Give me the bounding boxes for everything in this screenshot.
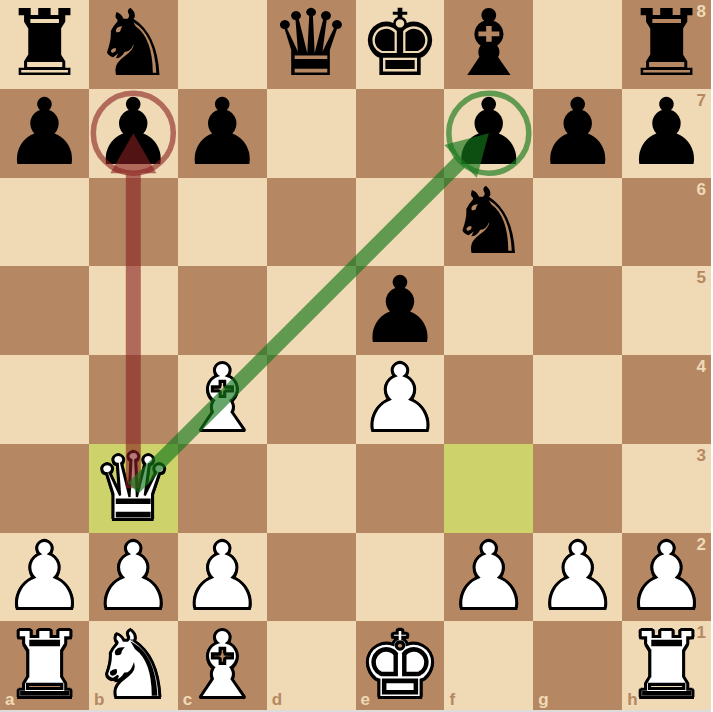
square-f7[interactable]: ♟: [444, 89, 533, 178]
white-rook[interactable]: ♜: [3, 622, 85, 710]
square-h2[interactable]: ♟2: [622, 533, 711, 622]
square-h8[interactable]: ♜8: [622, 0, 711, 89]
square-d4[interactable]: [267, 355, 356, 444]
square-g5[interactable]: [533, 266, 622, 355]
square-a8[interactable]: ♜: [0, 0, 89, 89]
square-b7[interactable]: ♟: [89, 89, 178, 178]
square-a3[interactable]: [0, 444, 89, 533]
white-bishop[interactable]: ♝: [181, 622, 263, 710]
black-queen[interactable]: ♛: [270, 0, 352, 88]
square-h6[interactable]: 6: [622, 178, 711, 267]
square-a6[interactable]: [0, 178, 89, 267]
square-f6[interactable]: ♞: [444, 178, 533, 267]
square-d3[interactable]: [267, 444, 356, 533]
rank-label-3: 3: [697, 447, 706, 464]
square-e2[interactable]: [356, 533, 445, 622]
square-d7[interactable]: [267, 89, 356, 178]
white-pawn[interactable]: ♟: [3, 533, 85, 621]
square-b1[interactable]: ♞b: [89, 621, 178, 710]
square-h7[interactable]: ♟7: [622, 89, 711, 178]
square-c2[interactable]: ♟: [178, 533, 267, 622]
square-f8[interactable]: ♝: [444, 0, 533, 89]
square-f5[interactable]: [444, 266, 533, 355]
white-pawn[interactable]: ♟: [359, 355, 441, 443]
black-pawn[interactable]: ♟: [448, 89, 530, 177]
square-f3[interactable]: [444, 444, 533, 533]
rank-label-5: 5: [697, 269, 706, 286]
square-e4[interactable]: ♟: [356, 355, 445, 444]
square-e8[interactable]: ♚: [356, 0, 445, 89]
square-g6[interactable]: [533, 178, 622, 267]
black-pawn[interactable]: ♟: [92, 89, 174, 177]
black-king[interactable]: ♚: [359, 0, 441, 88]
square-c4[interactable]: ♝: [178, 355, 267, 444]
square-a2[interactable]: ♟: [0, 533, 89, 622]
square-h1[interactable]: ♜h1: [622, 621, 711, 710]
black-bishop[interactable]: ♝: [448, 0, 530, 88]
rank-label-6: 6: [697, 181, 706, 198]
black-knight[interactable]: ♞: [92, 0, 174, 88]
white-pawn[interactable]: ♟: [92, 533, 174, 621]
square-f4[interactable]: [444, 355, 533, 444]
square-a4[interactable]: [0, 355, 89, 444]
file-label-f: f: [449, 691, 455, 708]
square-d1[interactable]: d: [267, 621, 356, 710]
file-label-d: d: [272, 691, 282, 708]
square-c7[interactable]: ♟: [178, 89, 267, 178]
square-b5[interactable]: [89, 266, 178, 355]
black-pawn[interactable]: ♟: [181, 89, 263, 177]
square-e3[interactable]: [356, 444, 445, 533]
square-b8[interactable]: ♞: [89, 0, 178, 89]
square-e6[interactable]: [356, 178, 445, 267]
square-g3[interactable]: [533, 444, 622, 533]
square-f1[interactable]: f: [444, 621, 533, 710]
square-e7[interactable]: [356, 89, 445, 178]
square-g1[interactable]: g: [533, 621, 622, 710]
square-d6[interactable]: [267, 178, 356, 267]
square-h3[interactable]: 3: [622, 444, 711, 533]
square-g8[interactable]: [533, 0, 622, 89]
square-d8[interactable]: ♛: [267, 0, 356, 89]
white-pawn[interactable]: ♟: [448, 533, 530, 621]
square-a7[interactable]: ♟: [0, 89, 89, 178]
square-b2[interactable]: ♟: [89, 533, 178, 622]
chess-app-page: ♜♞♛♚♝♜8♟♟♟♟♟♟7♞6♟5♝♟4♛3♟♟♟♟♟♟2♜a♞b♝cd♚ef…: [0, 0, 713, 712]
white-rook[interactable]: ♜: [625, 622, 707, 710]
square-a5[interactable]: [0, 266, 89, 355]
square-f2[interactable]: ♟: [444, 533, 533, 622]
square-b6[interactable]: [89, 178, 178, 267]
white-pawn[interactable]: ♟: [181, 533, 263, 621]
square-d5[interactable]: [267, 266, 356, 355]
square-e1[interactable]: ♚e: [356, 621, 445, 710]
square-h4[interactable]: 4: [622, 355, 711, 444]
black-rook[interactable]: ♜: [625, 0, 707, 88]
square-c3[interactable]: [178, 444, 267, 533]
white-pawn[interactable]: ♟: [625, 533, 707, 621]
rank-label-4: 4: [697, 358, 706, 375]
square-g7[interactable]: ♟: [533, 89, 622, 178]
black-pawn[interactable]: ♟: [359, 267, 441, 355]
white-queen[interactable]: ♛: [92, 444, 174, 532]
square-d2[interactable]: [267, 533, 356, 622]
white-bishop[interactable]: ♝: [181, 355, 263, 443]
white-pawn[interactable]: ♟: [536, 533, 618, 621]
square-h5[interactable]: 5: [622, 266, 711, 355]
square-g4[interactable]: [533, 355, 622, 444]
square-c5[interactable]: [178, 266, 267, 355]
black-pawn[interactable]: ♟: [625, 89, 707, 177]
black-rook[interactable]: ♜: [3, 0, 85, 88]
square-g2[interactable]: ♟: [533, 533, 622, 622]
chess-board: ♜♞♛♚♝♜8♟♟♟♟♟♟7♞6♟5♝♟4♛3♟♟♟♟♟♟2♜a♞b♝cd♚ef…: [0, 0, 711, 710]
square-b3[interactable]: ♛: [89, 444, 178, 533]
square-c6[interactable]: [178, 178, 267, 267]
square-e5[interactable]: ♟: [356, 266, 445, 355]
square-b4[interactable]: [89, 355, 178, 444]
black-knight[interactable]: ♞: [448, 178, 530, 266]
square-c8[interactable]: [178, 0, 267, 89]
white-knight[interactable]: ♞: [92, 622, 174, 710]
file-label-g: g: [538, 691, 548, 708]
white-king[interactable]: ♚: [359, 622, 441, 710]
square-c1[interactable]: ♝c: [178, 621, 267, 710]
square-a1[interactable]: ♜a: [0, 621, 89, 710]
black-pawn[interactable]: ♟: [536, 89, 618, 177]
black-pawn[interactable]: ♟: [3, 89, 85, 177]
